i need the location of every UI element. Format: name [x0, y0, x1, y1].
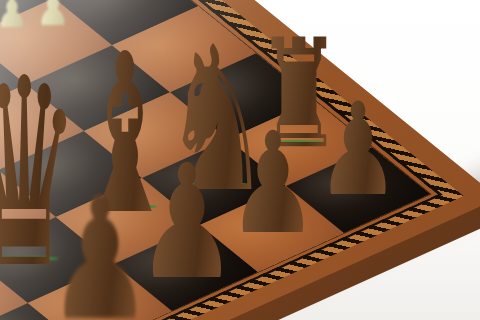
pieces-layer: ♟♟♜♞♝♛♟♟♟♟: [0, 0, 480, 320]
photo-backdrop: ♟♟♜♞♝♛♟♟♟♟: [0, 0, 480, 320]
black-pawn[interactable]: ♟: [47, 174, 154, 320]
black-pawn[interactable]: ♟: [317, 86, 400, 214]
black-pawn[interactable]: ♟: [228, 114, 318, 254]
